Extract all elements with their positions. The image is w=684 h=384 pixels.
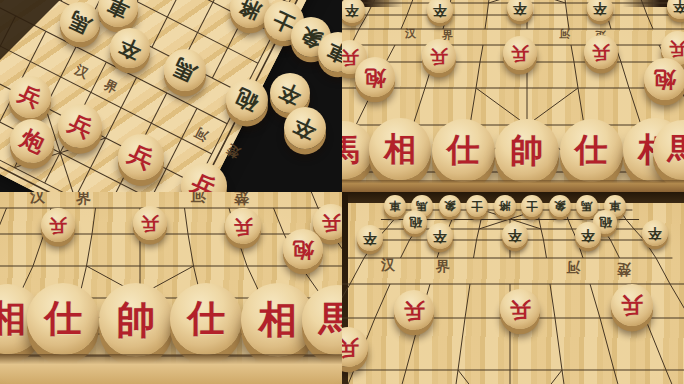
piece-character: 兵 <box>342 337 358 358</box>
piece-character: 馬 <box>170 55 199 84</box>
piece-character: 砲 <box>232 85 261 114</box>
piece-character: 卒 <box>290 113 319 142</box>
piece-black[interactable]: 士 <box>521 195 543 217</box>
piece-black[interactable]: 馬 <box>164 49 206 91</box>
piece-black[interactable]: 卒 <box>507 0 533 21</box>
piece-character: 士 <box>471 200 482 211</box>
piece-character: 兵 <box>430 47 448 65</box>
piece-character: 兵 <box>234 217 253 236</box>
piece-character: 兵 <box>511 44 529 62</box>
piece-red[interactable]: 仕 <box>560 119 623 182</box>
piece-character: 馬 <box>66 8 94 36</box>
piece-character: 兵 <box>510 299 531 320</box>
piece-black[interactable]: 卒 <box>667 0 684 19</box>
piece-red[interactable]: 仕 <box>27 283 99 355</box>
piece-character: 卒 <box>581 228 595 242</box>
piece-character: 兵 <box>404 300 425 321</box>
river-text-char: 河 <box>191 192 206 205</box>
panel-bottom-right: 汉界河楚車馬象士將士象馬車砲砲卒卒卒卒卒兵兵兵兵 <box>342 192 684 384</box>
piece-character: 炮 <box>654 68 676 90</box>
piece-black[interactable]: 象 <box>439 195 461 217</box>
pieces-layer: 汉界河楚車馬象士將士象馬車砲砲卒卒卒卒卒兵兵兵兵 <box>342 192 684 384</box>
piece-red[interactable]: 炮 <box>10 119 54 163</box>
piece-red[interactable]: 仕 <box>170 283 242 355</box>
piece-character: 卒 <box>673 0 684 13</box>
river-text-char: 河 <box>192 123 212 145</box>
piece-black[interactable]: 卒 <box>587 0 613 21</box>
piece-character: 仕 <box>187 300 224 337</box>
xiangqi-photo-collage: 汉界河楚馬車將士象車卒馬砲卒卒兵炮兵兵兵 汉界河楚卒卒卒卒卒兵兵兵兵兵炮炮馬相仕… <box>0 0 684 384</box>
piece-red[interactable]: 兵 <box>500 289 540 329</box>
piece-character: 兵 <box>188 170 220 192</box>
piece-red[interactable]: 炮 <box>644 58 684 100</box>
piece-character: 卒 <box>508 228 522 242</box>
piece-character: 卒 <box>363 231 377 245</box>
piece-black[interactable]: 砲 <box>403 210 427 234</box>
panel-top-right: 汉界河楚卒卒卒卒卒兵兵兵兵兵炮炮馬相仕帥仕相馬 <box>342 0 684 192</box>
piece-red[interactable]: 兵 <box>342 327 368 367</box>
piece-black[interactable]: 卒 <box>110 28 150 68</box>
piece-red[interactable]: 兵 <box>118 134 164 180</box>
piece-character: 仕 <box>44 300 81 337</box>
piece-character: 兵 <box>592 43 610 61</box>
piece-black[interactable]: 車 <box>384 195 406 217</box>
piece-red[interactable]: 仕 <box>432 119 495 182</box>
piece-red[interactable]: 相 <box>369 118 431 180</box>
piece-character: 馬 <box>319 302 342 338</box>
piece-character: 馬 <box>581 200 592 211</box>
piece-black[interactable]: 卒 <box>357 225 383 251</box>
piece-character: 相 <box>384 133 416 165</box>
piece-character: 車 <box>324 38 342 66</box>
piece-character: 兵 <box>621 294 643 316</box>
piece-character: 卒 <box>116 34 144 62</box>
piece-black[interactable]: 卒 <box>342 0 365 23</box>
piece-red[interactable]: 兵 <box>58 104 102 148</box>
pieces-layer: 汉界河楚兵兵兵兵炮相仕帥仕相馬 <box>0 192 342 384</box>
piece-character: 車 <box>609 200 620 211</box>
piece-red[interactable]: 兵 <box>181 163 227 192</box>
piece-black[interactable]: 車 <box>98 0 138 27</box>
piece-red[interactable]: 兵 <box>225 208 261 244</box>
piece-red[interactable]: 兵 <box>584 35 618 69</box>
piece-black[interactable]: 砲 <box>226 79 268 121</box>
piece-red[interactable]: 兵 <box>422 39 456 73</box>
piece-red[interactable]: 炮 <box>283 229 323 269</box>
piece-character: 卒 <box>345 3 359 17</box>
piece-red[interactable]: 兵 <box>9 76 51 118</box>
piece-black[interactable]: 卒 <box>284 107 326 149</box>
pieces-layer: 汉界河楚卒卒卒卒卒兵兵兵兵兵炮炮馬相仕帥仕相馬 <box>342 0 684 192</box>
piece-character: 兵 <box>49 216 67 234</box>
piece-red[interactable]: 炮 <box>355 57 395 97</box>
piece-character: 車 <box>104 0 132 21</box>
piece-character: 相 <box>259 301 297 339</box>
piece-red[interactable]: 兵 <box>41 208 75 242</box>
piece-red[interactable]: 帥 <box>495 119 559 183</box>
piece-character: 炮 <box>17 126 47 156</box>
piece-black[interactable]: 卒 <box>427 0 453 23</box>
piece-character: 帥 <box>510 134 543 167</box>
piece-character: 兵 <box>15 82 44 111</box>
piece-red[interactable]: 帥 <box>99 283 173 357</box>
river-text-char: 界 <box>76 192 91 208</box>
piece-black[interactable]: 象 <box>549 195 571 217</box>
piece-red[interactable]: 兵 <box>611 284 653 326</box>
piece-character: 兵 <box>65 111 95 141</box>
river-text-char: 河 <box>559 26 570 41</box>
piece-character: 卒 <box>433 3 447 17</box>
piece-character: 兵 <box>322 213 341 232</box>
river-text-char: 汉 <box>381 256 395 274</box>
piece-character: 兵 <box>141 214 159 232</box>
piece-character: 炮 <box>293 239 314 260</box>
piece-character: 兵 <box>125 141 157 173</box>
river-text-char: 楚 <box>234 192 249 207</box>
piece-character: 卒 <box>433 229 447 243</box>
piece-character: 仕 <box>447 134 480 167</box>
piece-character: 車 <box>389 200 400 211</box>
piece-black[interactable]: 卒 <box>575 222 601 248</box>
piece-black[interactable]: 卒 <box>642 220 668 246</box>
river-text-char: 楚 <box>224 140 244 162</box>
piece-black[interactable]: 馬 <box>60 2 100 42</box>
piece-character: 卒 <box>593 1 607 15</box>
river-text-char: 汉 <box>72 61 92 83</box>
piece-character: 馬 <box>667 134 684 165</box>
panel-top-left: 汉界河楚馬車將士象車卒馬砲卒卒兵炮兵兵兵 <box>0 0 342 192</box>
piece-character: 將 <box>499 200 510 211</box>
pieces-layer: 汉界河楚馬車將士象車卒馬砲卒卒兵炮兵兵兵 <box>0 0 342 192</box>
piece-black[interactable]: 將 <box>494 195 516 217</box>
piece-character: 士 <box>526 200 537 211</box>
piece-red[interactable]: 兵 <box>394 290 434 330</box>
piece-character: 帥 <box>117 301 155 339</box>
piece-character: 砲 <box>409 216 421 228</box>
piece-character: 象 <box>554 200 565 211</box>
piece-black[interactable]: 卒 <box>427 223 453 249</box>
piece-red[interactable]: 兵 <box>503 36 537 70</box>
river-text-char: 界 <box>436 258 450 276</box>
panel-bottom-left: 汉界河楚兵兵兵兵炮相仕帥仕相馬 <box>0 192 342 384</box>
river-text-char: 汉 <box>405 26 416 41</box>
piece-red[interactable]: 兵 <box>133 206 167 240</box>
piece-character: 卒 <box>513 1 527 15</box>
piece-black[interactable]: 卒 <box>502 222 528 248</box>
piece-character: 兵 <box>342 48 359 66</box>
river-text-char: 界 <box>101 76 121 98</box>
piece-character: 象 <box>444 200 455 211</box>
piece-character: 兵 <box>669 39 684 57</box>
piece-character: 仕 <box>575 134 608 167</box>
piece-character: 炮 <box>365 67 386 88</box>
river-text-char: 楚 <box>617 260 631 278</box>
piece-character: 卒 <box>648 226 662 240</box>
river-text-char: 汉 <box>30 192 45 206</box>
piece-red[interactable]: 馬 <box>302 285 342 355</box>
piece-character: 將 <box>236 0 264 22</box>
piece-character: 砲 <box>599 216 611 228</box>
piece-black[interactable]: 士 <box>466 195 488 217</box>
piece-character: 馬 <box>342 135 359 165</box>
piece-character: 相 <box>0 301 26 337</box>
piece-character: 卒 <box>276 79 304 107</box>
river-text-char: 河 <box>566 258 580 276</box>
